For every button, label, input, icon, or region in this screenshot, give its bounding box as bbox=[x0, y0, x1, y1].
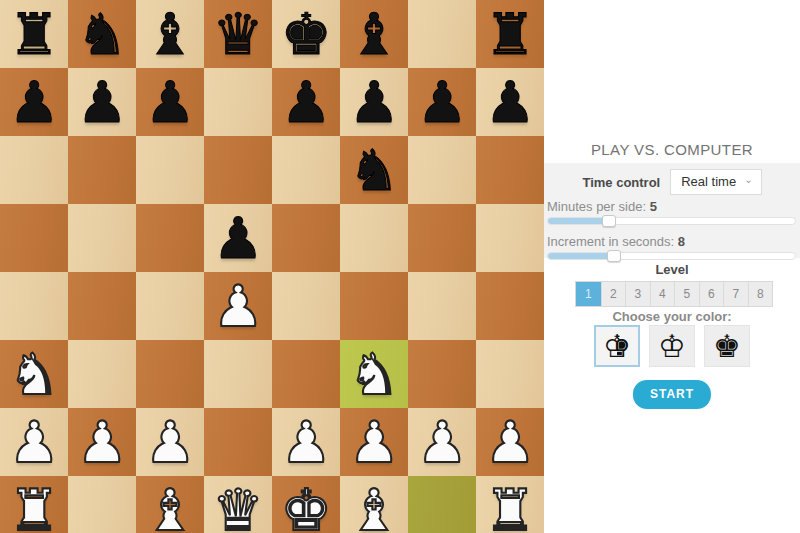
square-b5[interactable] bbox=[68, 204, 136, 272]
level-option-4[interactable]: 4 bbox=[650, 282, 675, 306]
level-option-7[interactable]: 7 bbox=[723, 282, 748, 306]
piece-black-pawn[interactable]: ♟ bbox=[408, 68, 476, 136]
random-color-king-icon: ♔ ♚ bbox=[600, 329, 634, 363]
minutes-value: 5 bbox=[650, 199, 657, 214]
minutes-slider[interactable] bbox=[547, 217, 796, 225]
color-option-white[interactable]: ♔ bbox=[649, 325, 695, 367]
increment-slider-fill bbox=[548, 253, 607, 259]
piece-black-pawn[interactable]: ♟ bbox=[340, 68, 408, 136]
piece-white-pawn[interactable]: ♟ bbox=[136, 408, 204, 476]
piece-white-rook[interactable]: ♜ bbox=[476, 476, 544, 533]
increment-slider-thumb[interactable] bbox=[607, 250, 621, 262]
level-option-3[interactable]: 3 bbox=[625, 282, 650, 306]
color-choice-row: ♔ ♚ ♔ ♚ bbox=[544, 325, 800, 367]
black-king-icon: ♚ bbox=[713, 331, 741, 362]
square-b2[interactable]: ♟ bbox=[68, 408, 136, 476]
level-label: Level bbox=[544, 262, 800, 277]
piece-black-bishop[interactable]: ♝ bbox=[136, 0, 204, 68]
square-c4[interactable] bbox=[136, 272, 204, 340]
square-h2[interactable]: ♟ bbox=[476, 408, 544, 476]
minutes-slider-thumb[interactable] bbox=[602, 215, 616, 227]
piece-black-pawn[interactable]: ♟ bbox=[0, 68, 68, 136]
square-a5[interactable] bbox=[0, 204, 68, 272]
piece-white-pawn[interactable]: ♟ bbox=[408, 408, 476, 476]
piece-white-queen[interactable]: ♛ bbox=[204, 476, 272, 533]
square-f5[interactable] bbox=[340, 204, 408, 272]
minutes-label: Minutes per side: 5 bbox=[547, 199, 795, 214]
piece-white-knight[interactable]: ♞ bbox=[340, 340, 408, 408]
square-d7[interactable] bbox=[204, 68, 272, 136]
square-e5[interactable] bbox=[272, 204, 340, 272]
piece-white-bishop[interactable]: ♝ bbox=[136, 476, 204, 533]
level-selector: 12345678 bbox=[575, 281, 773, 307]
square-g8[interactable] bbox=[408, 0, 476, 68]
square-c2[interactable]: ♟ bbox=[136, 408, 204, 476]
square-b8[interactable]: ♞ bbox=[68, 0, 136, 68]
settings-panel: PLAY VS. COMPUTER Time control Real time… bbox=[544, 0, 800, 533]
square-a4[interactable] bbox=[0, 272, 68, 340]
square-a8[interactable]: ♜ bbox=[0, 0, 68, 68]
piece-white-king[interactable]: ♚ bbox=[272, 476, 340, 533]
white-king-icon: ♔ bbox=[658, 331, 686, 362]
square-g6[interactable] bbox=[408, 136, 476, 204]
chess-board: ♜♞♝♛♚♝♜♟♟♟♟♟♟♟♞♟♟♞♞♟♟♟♟♟♟♟♜♝♛♚♝♜ bbox=[0, 0, 544, 533]
color-choice-label: Choose your color: bbox=[544, 309, 800, 324]
level-option-5[interactable]: 5 bbox=[674, 282, 699, 306]
square-g2[interactable]: ♟ bbox=[408, 408, 476, 476]
increment-value: 8 bbox=[678, 234, 685, 249]
square-c3[interactable] bbox=[136, 340, 204, 408]
square-g3[interactable] bbox=[408, 340, 476, 408]
square-f8[interactable]: ♝ bbox=[340, 0, 408, 68]
piece-black-pawn[interactable]: ♟ bbox=[136, 68, 204, 136]
square-h3[interactable] bbox=[476, 340, 544, 408]
square-f2[interactable]: ♟ bbox=[340, 408, 408, 476]
minutes-slider-fill bbox=[548, 218, 602, 224]
square-a6[interactable] bbox=[0, 136, 68, 204]
level-option-8[interactable]: 8 bbox=[748, 282, 773, 306]
piece-white-pawn[interactable]: ♟ bbox=[476, 408, 544, 476]
increment-slider[interactable] bbox=[547, 252, 796, 260]
piece-black-queen[interactable]: ♛ bbox=[204, 0, 272, 68]
time-control-select[interactable]: Real time ⌄ bbox=[670, 169, 761, 195]
square-a2[interactable]: ♟ bbox=[0, 408, 68, 476]
square-e8[interactable]: ♚ bbox=[272, 0, 340, 68]
square-d2[interactable] bbox=[204, 408, 272, 476]
level-option-1[interactable]: 1 bbox=[576, 282, 601, 306]
square-g5[interactable] bbox=[408, 204, 476, 272]
square-b7[interactable]: ♟ bbox=[68, 68, 136, 136]
piece-black-pawn[interactable]: ♟ bbox=[272, 68, 340, 136]
square-a7[interactable]: ♟ bbox=[0, 68, 68, 136]
color-option-random[interactable]: ♔ ♚ bbox=[594, 325, 640, 367]
time-control-label: Time control bbox=[582, 175, 660, 190]
square-e1[interactable]: ♚ bbox=[272, 476, 340, 533]
square-c6[interactable] bbox=[136, 136, 204, 204]
increment-label: Increment in seconds: 8 bbox=[547, 234, 795, 249]
square-h6[interactable] bbox=[476, 136, 544, 204]
square-a3[interactable]: ♞ bbox=[0, 340, 68, 408]
square-b4[interactable] bbox=[68, 272, 136, 340]
square-c7[interactable]: ♟ bbox=[136, 68, 204, 136]
square-h5[interactable] bbox=[476, 204, 544, 272]
square-h4[interactable] bbox=[476, 272, 544, 340]
square-e6[interactable] bbox=[272, 136, 340, 204]
piece-white-knight[interactable]: ♞ bbox=[0, 340, 68, 408]
square-c1[interactable]: ♝ bbox=[136, 476, 204, 533]
square-f4[interactable] bbox=[340, 272, 408, 340]
piece-white-pawn[interactable]: ♟ bbox=[340, 408, 408, 476]
square-b1[interactable] bbox=[68, 476, 136, 533]
piece-white-pawn[interactable]: ♟ bbox=[272, 408, 340, 476]
square-g7[interactable]: ♟ bbox=[408, 68, 476, 136]
square-b6[interactable] bbox=[68, 136, 136, 204]
piece-white-pawn[interactable]: ♟ bbox=[68, 408, 136, 476]
piece-white-bishop[interactable]: ♝ bbox=[340, 476, 408, 533]
square-b3[interactable] bbox=[68, 340, 136, 408]
square-h7[interactable]: ♟ bbox=[476, 68, 544, 136]
piece-black-pawn[interactable]: ♟ bbox=[476, 68, 544, 136]
piece-black-knight[interactable]: ♞ bbox=[340, 136, 408, 204]
square-c5[interactable] bbox=[136, 204, 204, 272]
start-button[interactable]: START bbox=[633, 380, 711, 409]
piece-black-knight[interactable]: ♞ bbox=[68, 0, 136, 68]
square-h8[interactable]: ♜ bbox=[476, 0, 544, 68]
square-d3[interactable] bbox=[204, 340, 272, 408]
square-f1[interactable]: ♝ bbox=[340, 476, 408, 533]
piece-black-pawn[interactable]: ♟ bbox=[204, 204, 272, 272]
level-option-2[interactable]: 2 bbox=[601, 282, 626, 306]
square-e3[interactable] bbox=[272, 340, 340, 408]
piece-black-king[interactable]: ♚ bbox=[272, 0, 340, 68]
square-d8[interactable]: ♛ bbox=[204, 0, 272, 68]
page-title: PLAY VS. COMPUTER bbox=[544, 141, 800, 158]
square-d6[interactable] bbox=[204, 136, 272, 204]
time-control-section: Time control Real time ⌄ Minutes per sid… bbox=[544, 163, 800, 258]
level-option-6[interactable]: 6 bbox=[699, 282, 724, 306]
square-d1[interactable]: ♛ bbox=[204, 476, 272, 533]
square-d4[interactable]: ♟ bbox=[204, 272, 272, 340]
square-f6[interactable]: ♞ bbox=[340, 136, 408, 204]
play-vs-computer-screen: ♜♞♝♛♚♝♜♟♟♟♟♟♟♟♞♟♟♞♞♟♟♟♟♟♟♟♜♝♛♚♝♜ PLAY VS… bbox=[0, 0, 800, 533]
square-d5[interactable]: ♟ bbox=[204, 204, 272, 272]
piece-black-rook[interactable]: ♜ bbox=[476, 0, 544, 68]
piece-white-pawn[interactable]: ♟ bbox=[204, 272, 272, 340]
square-f7[interactable]: ♟ bbox=[340, 68, 408, 136]
square-c8[interactable]: ♝ bbox=[136, 0, 204, 68]
square-e4[interactable] bbox=[272, 272, 340, 340]
time-control-selected-value: Real time bbox=[681, 174, 736, 189]
piece-white-pawn[interactable]: ♟ bbox=[0, 408, 68, 476]
piece-black-bishop[interactable]: ♝ bbox=[340, 0, 408, 68]
color-option-black[interactable]: ♚ bbox=[704, 325, 750, 367]
piece-black-pawn[interactable]: ♟ bbox=[68, 68, 136, 136]
square-f3[interactable]: ♞ bbox=[340, 340, 408, 408]
square-g4[interactable] bbox=[408, 272, 476, 340]
square-e2[interactable]: ♟ bbox=[272, 408, 340, 476]
chevron-down-icon: ⌄ bbox=[744, 175, 752, 185]
square-e7[interactable]: ♟ bbox=[272, 68, 340, 136]
square-g1[interactable] bbox=[408, 476, 476, 533]
square-a1[interactable]: ♜ bbox=[0, 476, 68, 533]
piece-white-rook[interactable]: ♜ bbox=[0, 476, 68, 533]
square-h1[interactable]: ♜ bbox=[476, 476, 544, 533]
piece-black-rook[interactable]: ♜ bbox=[0, 0, 68, 68]
